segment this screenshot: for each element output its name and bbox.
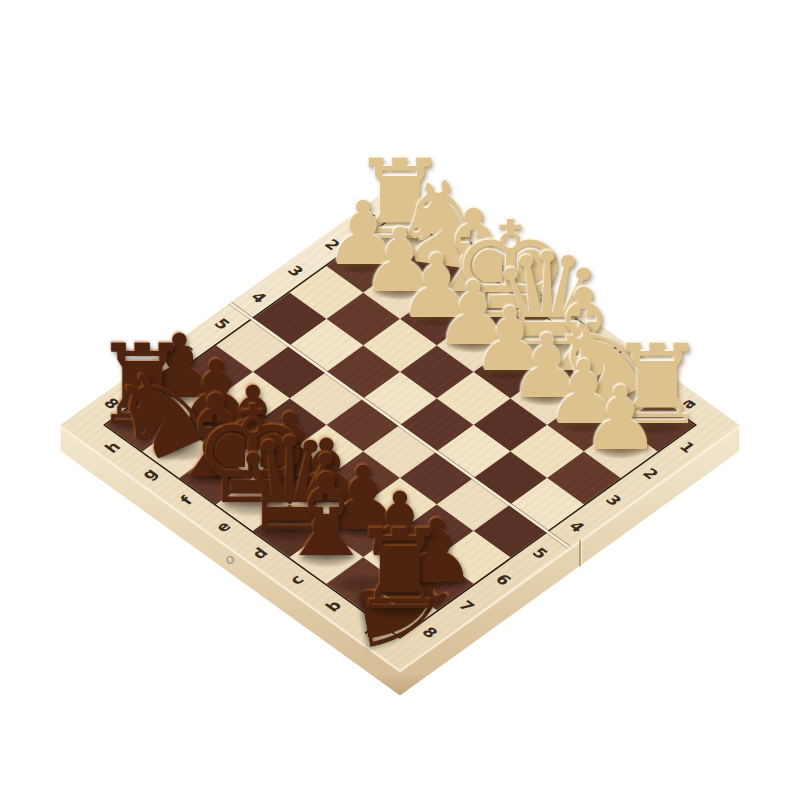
rook-glyph: ♜ [351, 516, 450, 626]
piece-light-pawn-a2[interactable]: ♟ [581, 376, 660, 464]
pawn-glyph: ♟ [581, 376, 660, 464]
product-photo-scene: 1122334455667788hhggffeeddccbbaa ♜♟♞♟♝♟♚… [0, 0, 800, 800]
piece-dark-rook-a8[interactable]: ♜ [351, 516, 450, 626]
